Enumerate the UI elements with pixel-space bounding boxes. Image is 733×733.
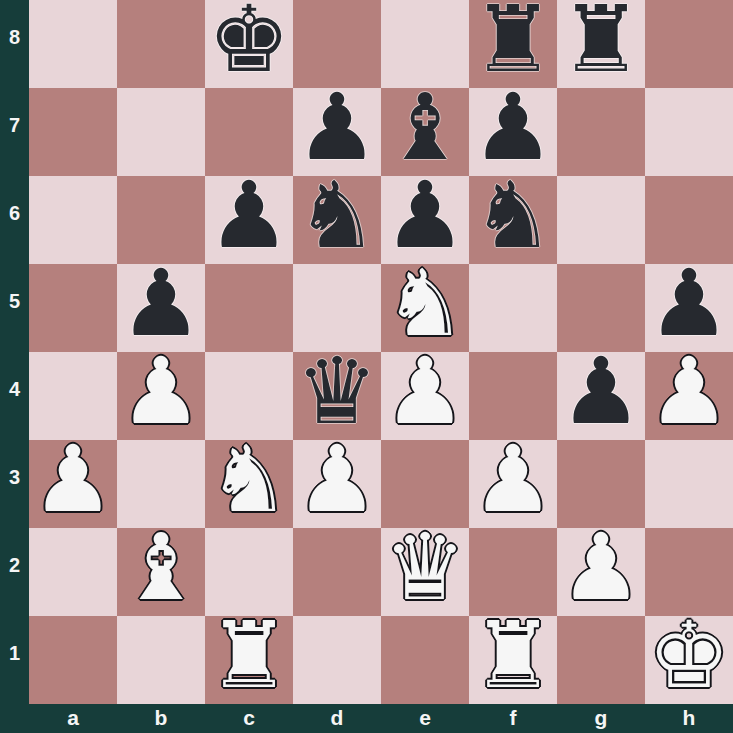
piece-white-knight[interactable]: ♞	[208, 436, 290, 524]
rank-label-7: 7	[0, 81, 29, 169]
square-a7[interactable]	[29, 88, 117, 176]
chess-board-frame: 87654321 ♚♜♜♟♝♟♟♞♟♞♟♞♟♟♛♟♟♟♟♞♟♟♝♛♟♜♜♚ ab…	[0, 0, 733, 733]
square-h8[interactable]	[645, 0, 733, 88]
piece-black-king[interactable]: ♚	[208, 0, 290, 84]
square-a3[interactable]: ♟	[29, 440, 117, 528]
rank-label-6: 6	[0, 169, 29, 257]
square-c8[interactable]: ♚	[205, 0, 293, 88]
piece-black-rook[interactable]: ♜	[560, 0, 642, 84]
square-b8[interactable]	[117, 0, 205, 88]
square-g1[interactable]	[557, 616, 645, 704]
rank-label-1: 1	[0, 609, 29, 697]
rank-labels: 87654321	[0, 0, 29, 704]
square-g2[interactable]: ♟	[557, 528, 645, 616]
square-e4[interactable]: ♟	[381, 352, 469, 440]
file-labels: abcdefgh	[29, 704, 733, 733]
piece-black-pawn[interactable]: ♟	[472, 84, 554, 172]
square-b7[interactable]	[117, 88, 205, 176]
square-e2[interactable]: ♛	[381, 528, 469, 616]
piece-white-bishop[interactable]: ♝	[120, 524, 202, 612]
piece-white-pawn[interactable]: ♟	[32, 436, 114, 524]
square-c6[interactable]: ♟	[205, 176, 293, 264]
chess-board: ♚♜♜♟♝♟♟♞♟♞♟♞♟♟♛♟♟♟♟♞♟♟♝♛♟♜♜♚	[29, 0, 733, 704]
rank-label-8: 8	[0, 0, 29, 81]
square-d6[interactable]: ♞	[293, 176, 381, 264]
file-label-a: a	[29, 703, 117, 732]
square-g6[interactable]	[557, 176, 645, 264]
square-g8[interactable]: ♜	[557, 0, 645, 88]
square-d2[interactable]	[293, 528, 381, 616]
square-f1[interactable]: ♜	[469, 616, 557, 704]
file-label-f: f	[469, 703, 557, 732]
square-e1[interactable]	[381, 616, 469, 704]
piece-black-rook[interactable]: ♜	[472, 0, 554, 84]
square-d3[interactable]: ♟	[293, 440, 381, 528]
file-label-d: d	[293, 703, 381, 732]
square-c5[interactable]	[205, 264, 293, 352]
square-g4[interactable]: ♟	[557, 352, 645, 440]
square-c3[interactable]: ♞	[205, 440, 293, 528]
piece-black-pawn[interactable]: ♟	[648, 260, 730, 348]
piece-white-pawn[interactable]: ♟	[560, 524, 642, 612]
piece-black-pawn[interactable]: ♟	[384, 172, 466, 260]
rank-label-5: 5	[0, 257, 29, 345]
square-g7[interactable]	[557, 88, 645, 176]
rank-label-2: 2	[0, 521, 29, 609]
piece-white-pawn[interactable]: ♟	[120, 348, 202, 436]
square-d1[interactable]	[293, 616, 381, 704]
file-label-e: e	[381, 703, 469, 732]
piece-white-rook[interactable]: ♜	[472, 612, 554, 700]
square-a5[interactable]	[29, 264, 117, 352]
square-h3[interactable]	[645, 440, 733, 528]
square-a8[interactable]	[29, 0, 117, 88]
square-h4[interactable]: ♟	[645, 352, 733, 440]
square-a1[interactable]	[29, 616, 117, 704]
piece-white-rook[interactable]: ♜	[208, 612, 290, 700]
piece-black-pawn[interactable]: ♟	[560, 348, 642, 436]
file-label-h: h	[645, 703, 733, 732]
file-label-c: c	[205, 703, 293, 732]
piece-white-king[interactable]: ♚	[648, 612, 730, 700]
square-h7[interactable]	[645, 88, 733, 176]
square-f6[interactable]: ♞	[469, 176, 557, 264]
square-b4[interactable]: ♟	[117, 352, 205, 440]
piece-black-pawn[interactable]: ♟	[208, 172, 290, 260]
rank-label-3: 3	[0, 433, 29, 521]
square-f3[interactable]: ♟	[469, 440, 557, 528]
rank-label-4: 4	[0, 345, 29, 433]
piece-black-pawn[interactable]: ♟	[296, 84, 378, 172]
piece-black-bishop[interactable]: ♝	[384, 84, 466, 172]
piece-white-knight[interactable]: ♞	[384, 260, 466, 348]
square-b2[interactable]: ♝	[117, 528, 205, 616]
piece-black-pawn[interactable]: ♟	[120, 260, 202, 348]
piece-white-pawn[interactable]: ♟	[296, 436, 378, 524]
piece-white-pawn[interactable]: ♟	[472, 436, 554, 524]
square-h1[interactable]: ♚	[645, 616, 733, 704]
square-f5[interactable]	[469, 264, 557, 352]
square-a6[interactable]	[29, 176, 117, 264]
piece-black-knight[interactable]: ♞	[472, 172, 554, 260]
piece-black-queen[interactable]: ♛	[296, 348, 378, 436]
file-label-g: g	[557, 703, 645, 732]
piece-white-pawn[interactable]: ♟	[384, 348, 466, 436]
square-c1[interactable]: ♜	[205, 616, 293, 704]
piece-black-knight[interactable]: ♞	[296, 172, 378, 260]
piece-white-pawn[interactable]: ♟	[648, 348, 730, 436]
square-b1[interactable]	[117, 616, 205, 704]
piece-white-queen[interactable]: ♛	[384, 524, 466, 612]
file-label-b: b	[117, 703, 205, 732]
square-a2[interactable]	[29, 528, 117, 616]
